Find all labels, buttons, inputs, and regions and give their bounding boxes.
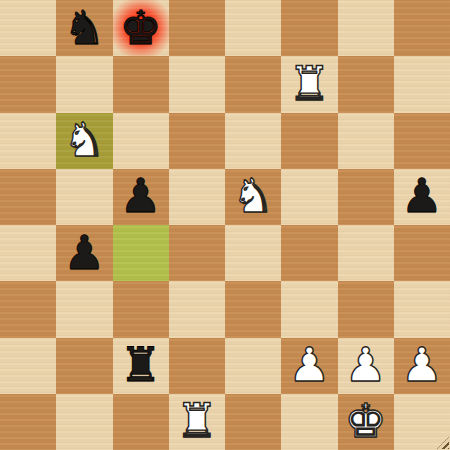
square-f7[interactable]: ♜ xyxy=(281,56,337,112)
square-d1[interactable]: ♜ xyxy=(169,394,225,450)
square-d8[interactable] xyxy=(169,0,225,56)
square-g7[interactable] xyxy=(338,56,394,112)
white-pawn-piece[interactable]: ♟ xyxy=(288,341,330,388)
square-b8[interactable]: ♞ xyxy=(56,0,112,56)
square-e6[interactable] xyxy=(225,113,281,169)
chess-board-widget: ♞♚♜♞♟♞♟♟♜♟♟♟♜♚ xyxy=(0,0,450,450)
square-g4[interactable] xyxy=(338,225,394,281)
square-e1[interactable] xyxy=(225,394,281,450)
square-h5[interactable]: ♟ xyxy=(394,169,450,225)
square-b3[interactable] xyxy=(56,281,112,337)
square-a4[interactable] xyxy=(0,225,56,281)
square-g6[interactable] xyxy=(338,113,394,169)
square-e4[interactable] xyxy=(225,225,281,281)
square-e2[interactable] xyxy=(225,338,281,394)
square-f5[interactable] xyxy=(281,169,337,225)
square-c5[interactable]: ♟ xyxy=(113,169,169,225)
square-c7[interactable] xyxy=(113,56,169,112)
square-h3[interactable] xyxy=(394,281,450,337)
square-h7[interactable] xyxy=(394,56,450,112)
square-g1[interactable]: ♚ xyxy=(338,394,394,450)
black-pawn-piece[interactable]: ♟ xyxy=(63,229,105,276)
square-h8[interactable] xyxy=(394,0,450,56)
square-f6[interactable] xyxy=(281,113,337,169)
square-d5[interactable] xyxy=(169,169,225,225)
square-d2[interactable] xyxy=(169,338,225,394)
square-c3[interactable] xyxy=(113,281,169,337)
square-a5[interactable] xyxy=(0,169,56,225)
square-c2[interactable]: ♜ xyxy=(113,338,169,394)
square-a1[interactable] xyxy=(0,394,56,450)
white-rook-piece[interactable]: ♜ xyxy=(176,397,218,444)
square-g5[interactable] xyxy=(338,169,394,225)
black-pawn-piece[interactable]: ♟ xyxy=(120,172,162,219)
square-f1[interactable] xyxy=(281,394,337,450)
square-d6[interactable] xyxy=(169,113,225,169)
square-a2[interactable] xyxy=(0,338,56,394)
square-e3[interactable] xyxy=(225,281,281,337)
white-knight-piece[interactable]: ♞ xyxy=(63,116,105,163)
square-e8[interactable] xyxy=(225,0,281,56)
square-c6[interactable] xyxy=(113,113,169,169)
square-c4[interactable] xyxy=(113,225,169,281)
square-h6[interactable] xyxy=(394,113,450,169)
square-a3[interactable] xyxy=(0,281,56,337)
square-b6[interactable]: ♞ xyxy=(56,113,112,169)
square-h2[interactable]: ♟ xyxy=(394,338,450,394)
square-a8[interactable] xyxy=(0,0,56,56)
square-f4[interactable] xyxy=(281,225,337,281)
square-b1[interactable] xyxy=(56,394,112,450)
black-rook-piece[interactable]: ♜ xyxy=(120,341,162,388)
white-knight-piece[interactable]: ♞ xyxy=(232,172,274,219)
chess-board[interactable]: ♞♚♜♞♟♞♟♟♜♟♟♟♜♚ xyxy=(0,0,450,450)
square-a6[interactable] xyxy=(0,113,56,169)
square-e5[interactable]: ♞ xyxy=(225,169,281,225)
square-f3[interactable] xyxy=(281,281,337,337)
square-d7[interactable] xyxy=(169,56,225,112)
square-g8[interactable] xyxy=(338,0,394,56)
square-a7[interactable] xyxy=(0,56,56,112)
square-h4[interactable] xyxy=(394,225,450,281)
square-c8[interactable]: ♚ xyxy=(113,0,169,56)
white-king-piece[interactable]: ♚ xyxy=(345,397,387,444)
square-f8[interactable] xyxy=(281,0,337,56)
square-d4[interactable] xyxy=(169,225,225,281)
square-f2[interactable]: ♟ xyxy=(281,338,337,394)
square-g3[interactable] xyxy=(338,281,394,337)
white-rook-piece[interactable]: ♜ xyxy=(288,60,330,107)
square-b2[interactable] xyxy=(56,338,112,394)
square-e7[interactable] xyxy=(225,56,281,112)
square-b4[interactable]: ♟ xyxy=(56,225,112,281)
square-h1[interactable] xyxy=(394,394,450,450)
square-c1[interactable] xyxy=(113,394,169,450)
black-king-piece[interactable]: ♚ xyxy=(120,4,162,51)
black-pawn-piece[interactable]: ♟ xyxy=(401,172,443,219)
square-b7[interactable] xyxy=(56,56,112,112)
white-pawn-piece[interactable]: ♟ xyxy=(401,341,443,388)
black-knight-piece[interactable]: ♞ xyxy=(63,4,105,51)
white-pawn-piece[interactable]: ♟ xyxy=(345,341,387,388)
square-b5[interactable] xyxy=(56,169,112,225)
square-g2[interactable]: ♟ xyxy=(338,338,394,394)
square-d3[interactable] xyxy=(169,281,225,337)
